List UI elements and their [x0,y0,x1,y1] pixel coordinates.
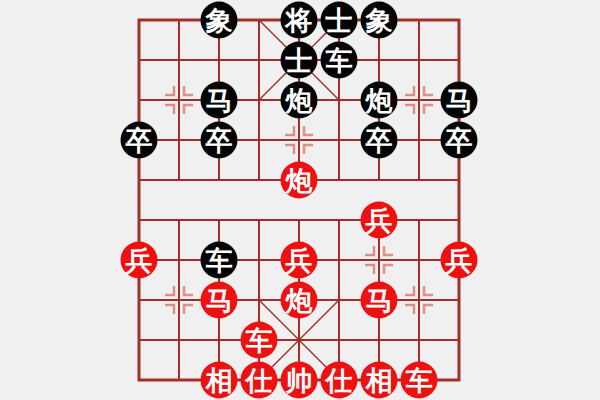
red-general[interactable]: 帅 [281,362,318,399]
black-chariot[interactable]: 车 [201,242,238,279]
black-elephant[interactable]: 象 [201,2,238,39]
red-soldier[interactable]: 兵 [281,242,318,279]
black-cannon[interactable]: 炮 [361,82,398,119]
red-soldier[interactable]: 兵 [361,202,398,239]
black-general[interactable]: 将 [281,2,318,39]
red-soldier[interactable]: 兵 [441,242,478,279]
xiangqi-board[interactable]: 象将士象士车马炮炮马卒卒卒卒车炮兵兵兵兵马炮马车相仕帅仕相车 [139,20,459,380]
black-advisor[interactable]: 士 [281,42,318,79]
black-soldier[interactable]: 卒 [441,122,478,159]
red-elephant[interactable]: 相 [201,362,238,399]
black-advisor[interactable]: 士 [321,2,358,39]
black-horse[interactable]: 马 [201,82,238,119]
black-chariot[interactable]: 车 [321,42,358,79]
red-advisor[interactable]: 仕 [241,362,278,399]
black-soldier[interactable]: 卒 [361,122,398,159]
red-elephant[interactable]: 相 [361,362,398,399]
xiangqi-app: 象将士象士车马炮炮马卒卒卒卒车炮兵兵兵兵马炮马车相仕帅仕相车 [0,0,600,400]
red-advisor[interactable]: 仕 [321,362,358,399]
red-cannon[interactable]: 炮 [281,282,318,319]
red-chariot[interactable]: 车 [241,322,278,359]
black-elephant[interactable]: 象 [361,2,398,39]
red-horse[interactable]: 马 [361,282,398,319]
red-soldier[interactable]: 兵 [121,242,158,279]
black-horse[interactable]: 马 [441,82,478,119]
black-soldier[interactable]: 卒 [121,122,158,159]
red-cannon[interactable]: 炮 [281,162,318,199]
black-cannon[interactable]: 炮 [281,82,318,119]
red-horse[interactable]: 马 [201,282,238,319]
red-chariot[interactable]: 车 [401,362,438,399]
black-soldier[interactable]: 卒 [201,122,238,159]
